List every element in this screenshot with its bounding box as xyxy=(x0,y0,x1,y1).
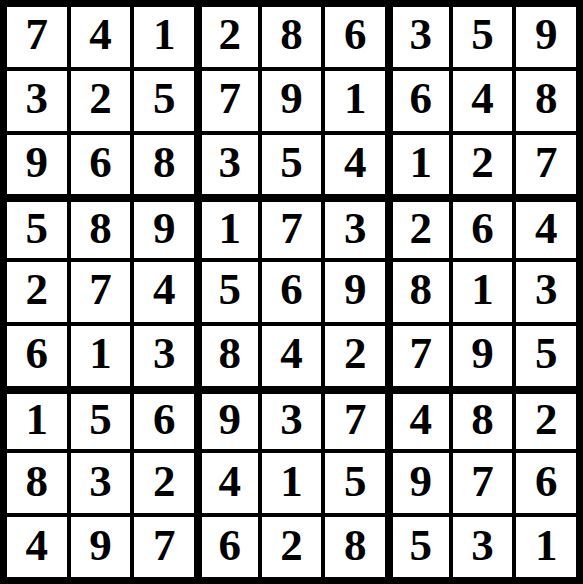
cell-digit: 5 xyxy=(344,459,367,504)
cell-r6c2[interactable]: 1 xyxy=(71,326,131,386)
cell-digit: 3 xyxy=(153,331,176,376)
cell-r1c2[interactable]: 4 xyxy=(71,7,131,67)
cell-r5c3[interactable]: 4 xyxy=(134,262,194,322)
cell-digit: 6 xyxy=(535,459,558,504)
cell-r8c9[interactable]: 6 xyxy=(516,453,576,513)
cell-r8c3[interactable]: 2 xyxy=(134,453,194,513)
cell-r5c1[interactable]: 2 xyxy=(7,262,67,322)
cell-r7c6[interactable]: 7 xyxy=(325,390,385,450)
cell-r4c4[interactable]: 1 xyxy=(198,198,258,258)
cell-digit: 8 xyxy=(89,206,112,251)
cell-digit: 2 xyxy=(471,140,494,185)
cell-r8c4[interactable]: 4 xyxy=(198,453,258,513)
cell-r1c3[interactable]: 1 xyxy=(134,7,194,67)
cell-digit: 4 xyxy=(89,12,112,57)
cell-digit: 1 xyxy=(89,331,112,376)
cell-r6c6[interactable]: 2 xyxy=(325,326,385,386)
cell-r7c7[interactable]: 4 xyxy=(389,390,449,450)
cell-r5c8[interactable]: 1 xyxy=(453,262,513,322)
cell-r9c6[interactable]: 8 xyxy=(325,517,385,577)
cell-r6c9[interactable]: 5 xyxy=(516,326,576,386)
cell-r2c4[interactable]: 7 xyxy=(198,71,258,131)
cell-r3c3[interactable]: 8 xyxy=(134,135,194,195)
cell-r7c3[interactable]: 6 xyxy=(134,390,194,450)
cell-digit: 3 xyxy=(219,140,242,185)
cell-r7c4[interactable]: 9 xyxy=(198,390,258,450)
cell-digit: 5 xyxy=(219,267,242,312)
cell-r3c7[interactable]: 1 xyxy=(389,135,449,195)
cell-r7c8[interactable]: 8 xyxy=(453,390,513,450)
cell-digit: 7 xyxy=(153,523,176,568)
cell-digit: 2 xyxy=(26,267,49,312)
cell-digit: 3 xyxy=(410,12,433,57)
cell-digit: 5 xyxy=(26,206,49,251)
cell-r1c7[interactable]: 3 xyxy=(389,7,449,67)
cell-digit: 1 xyxy=(535,523,558,568)
cell-r6c4[interactable]: 8 xyxy=(198,326,258,386)
cell-digit: 9 xyxy=(219,397,242,442)
cell-digit: 8 xyxy=(280,12,303,57)
cell-r4c6[interactable]: 3 xyxy=(325,198,385,258)
cell-r9c8[interactable]: 3 xyxy=(453,517,513,577)
cell-digit: 9 xyxy=(410,459,433,504)
cell-digit: 8 xyxy=(471,397,494,442)
cell-r2c5[interactable]: 9 xyxy=(262,71,322,131)
cell-digit: 5 xyxy=(153,76,176,121)
cell-digit: 2 xyxy=(89,76,112,121)
cell-digit: 7 xyxy=(89,267,112,312)
cell-r2c9[interactable]: 8 xyxy=(516,71,576,131)
cell-r8c1[interactable]: 8 xyxy=(7,453,67,513)
cell-r1c5[interactable]: 8 xyxy=(262,7,322,67)
cell-digit: 7 xyxy=(410,331,433,376)
cell-digit: 3 xyxy=(89,459,112,504)
cell-r5c7[interactable]: 8 xyxy=(389,262,449,322)
cell-digit: 8 xyxy=(26,459,49,504)
cell-digit: 9 xyxy=(89,523,112,568)
cell-r9c7[interactable]: 5 xyxy=(389,517,449,577)
cell-digit: 1 xyxy=(410,140,433,185)
cell-digit: 8 xyxy=(219,331,242,376)
cell-r9c1[interactable]: 4 xyxy=(7,517,67,577)
cell-digit: 9 xyxy=(280,76,303,121)
cell-digit: 9 xyxy=(471,331,494,376)
cell-digit: 4 xyxy=(280,331,303,376)
cell-digit: 7 xyxy=(219,76,242,121)
cell-digit: 6 xyxy=(344,12,367,57)
cell-digit: 6 xyxy=(280,267,303,312)
sudoku-board: 7412863593257916489683541275891732642745… xyxy=(0,0,583,584)
cell-r6c3[interactable]: 3 xyxy=(134,326,194,386)
cell-r4c9[interactable]: 4 xyxy=(516,198,576,258)
cell-r6c5[interactable]: 4 xyxy=(262,326,322,386)
cell-r2c1[interactable]: 3 xyxy=(7,71,67,131)
cell-r3c2[interactable]: 6 xyxy=(71,135,131,195)
cell-r4c8[interactable]: 6 xyxy=(453,198,513,258)
cell-digit: 2 xyxy=(219,12,242,57)
cell-digit: 1 xyxy=(26,397,49,442)
cell-digit: 1 xyxy=(471,267,494,312)
cell-digit: 4 xyxy=(344,140,367,185)
cell-digit: 5 xyxy=(280,140,303,185)
cell-digit: 7 xyxy=(471,459,494,504)
cell-digit: 6 xyxy=(26,331,49,376)
cell-r2c2[interactable]: 2 xyxy=(71,71,131,131)
cell-digit: 6 xyxy=(89,140,112,185)
cell-digit: 5 xyxy=(471,12,494,57)
cell-r9c4[interactable]: 6 xyxy=(198,517,258,577)
cell-digit: 8 xyxy=(153,140,176,185)
cell-digit: 4 xyxy=(410,397,433,442)
cell-digit: 9 xyxy=(535,12,558,57)
cell-digit: 4 xyxy=(153,267,176,312)
cell-digit: 4 xyxy=(471,76,494,121)
cell-digit: 3 xyxy=(280,397,303,442)
cell-digit: 3 xyxy=(26,76,49,121)
cell-r7c9[interactable]: 2 xyxy=(516,390,576,450)
cell-r4c5[interactable]: 7 xyxy=(262,198,322,258)
cell-digit: 8 xyxy=(535,76,558,121)
cell-digit: 7 xyxy=(344,397,367,442)
cell-r7c2[interactable]: 5 xyxy=(71,390,131,450)
cell-digit: 6 xyxy=(471,206,494,251)
cell-digit: 7 xyxy=(26,12,49,57)
cell-r8c8[interactable]: 7 xyxy=(453,453,513,513)
cell-r1c4[interactable]: 2 xyxy=(198,7,258,67)
cell-digit: 2 xyxy=(280,523,303,568)
cell-digit: 4 xyxy=(535,206,558,251)
cell-digit: 2 xyxy=(344,331,367,376)
cell-digit: 7 xyxy=(535,140,558,185)
cell-r3c6[interactable]: 4 xyxy=(325,135,385,195)
cell-r8c7[interactable]: 9 xyxy=(389,453,449,513)
cell-r8c6[interactable]: 5 xyxy=(325,453,385,513)
cell-r3c5[interactable]: 5 xyxy=(262,135,322,195)
cell-r3c8[interactable]: 2 xyxy=(453,135,513,195)
cell-r9c3[interactable]: 7 xyxy=(134,517,194,577)
cell-digit: 6 xyxy=(410,76,433,121)
cell-r9c9[interactable]: 1 xyxy=(516,517,576,577)
cell-r1c1[interactable]: 7 xyxy=(7,7,67,67)
cell-r4c7[interactable]: 2 xyxy=(389,198,449,258)
cell-digit: 4 xyxy=(219,459,242,504)
cell-r4c2[interactable]: 8 xyxy=(71,198,131,258)
cell-r3c1[interactable]: 9 xyxy=(7,135,67,195)
cell-digit: 1 xyxy=(344,76,367,121)
cell-digit: 2 xyxy=(410,206,433,251)
cell-r4c1[interactable]: 5 xyxy=(7,198,67,258)
cell-r1c9[interactable]: 9 xyxy=(516,7,576,67)
cell-digit: 2 xyxy=(535,397,558,442)
cell-r6c7[interactable]: 7 xyxy=(389,326,449,386)
cell-r5c5[interactable]: 6 xyxy=(262,262,322,322)
cell-r2c6[interactable]: 1 xyxy=(325,71,385,131)
cell-r7c5[interactable]: 3 xyxy=(262,390,322,450)
cell-digit: 6 xyxy=(153,397,176,442)
cell-digit: 3 xyxy=(535,267,558,312)
cell-r5c4[interactable]: 5 xyxy=(198,262,258,322)
cell-digit: 8 xyxy=(410,267,433,312)
cell-r1c8[interactable]: 5 xyxy=(453,7,513,67)
cell-r3c4[interactable]: 3 xyxy=(198,135,258,195)
cell-digit: 3 xyxy=(471,523,494,568)
cell-r4c3[interactable]: 9 xyxy=(134,198,194,258)
cell-digit: 1 xyxy=(280,459,303,504)
cell-digit: 9 xyxy=(26,140,49,185)
cell-r6c8[interactable]: 9 xyxy=(453,326,513,386)
cell-r2c8[interactable]: 4 xyxy=(453,71,513,131)
cell-r2c7[interactable]: 6 xyxy=(389,71,449,131)
cell-r3c9[interactable]: 7 xyxy=(516,135,576,195)
cell-r7c1[interactable]: 1 xyxy=(7,390,67,450)
cell-digit: 7 xyxy=(280,206,303,251)
cell-r8c5[interactable]: 1 xyxy=(262,453,322,513)
cell-r9c2[interactable]: 9 xyxy=(71,517,131,577)
cell-digit: 9 xyxy=(153,206,176,251)
cell-digit: 5 xyxy=(410,523,433,568)
sudoku-board-container: 7412863593257916489683541275891732642745… xyxy=(0,0,583,584)
cell-digit: 6 xyxy=(219,523,242,568)
cell-r1c6[interactable]: 6 xyxy=(325,7,385,67)
cell-digit: 9 xyxy=(344,267,367,312)
cell-digit: 2 xyxy=(153,459,176,504)
cell-r9c5[interactable]: 2 xyxy=(262,517,322,577)
cell-r5c6[interactable]: 9 xyxy=(325,262,385,322)
cell-digit: 1 xyxy=(153,12,176,57)
cell-digit: 8 xyxy=(344,523,367,568)
cell-r5c2[interactable]: 7 xyxy=(71,262,131,322)
cell-digit: 1 xyxy=(219,206,242,251)
cell-digit: 5 xyxy=(535,331,558,376)
cell-digit: 5 xyxy=(89,397,112,442)
cell-digit: 4 xyxy=(26,523,49,568)
cell-digit: 3 xyxy=(344,206,367,251)
cell-r6c1[interactable]: 6 xyxy=(7,326,67,386)
cell-r8c2[interactable]: 3 xyxy=(71,453,131,513)
cell-r5c9[interactable]: 3 xyxy=(516,262,576,322)
cell-r2c3[interactable]: 5 xyxy=(134,71,194,131)
